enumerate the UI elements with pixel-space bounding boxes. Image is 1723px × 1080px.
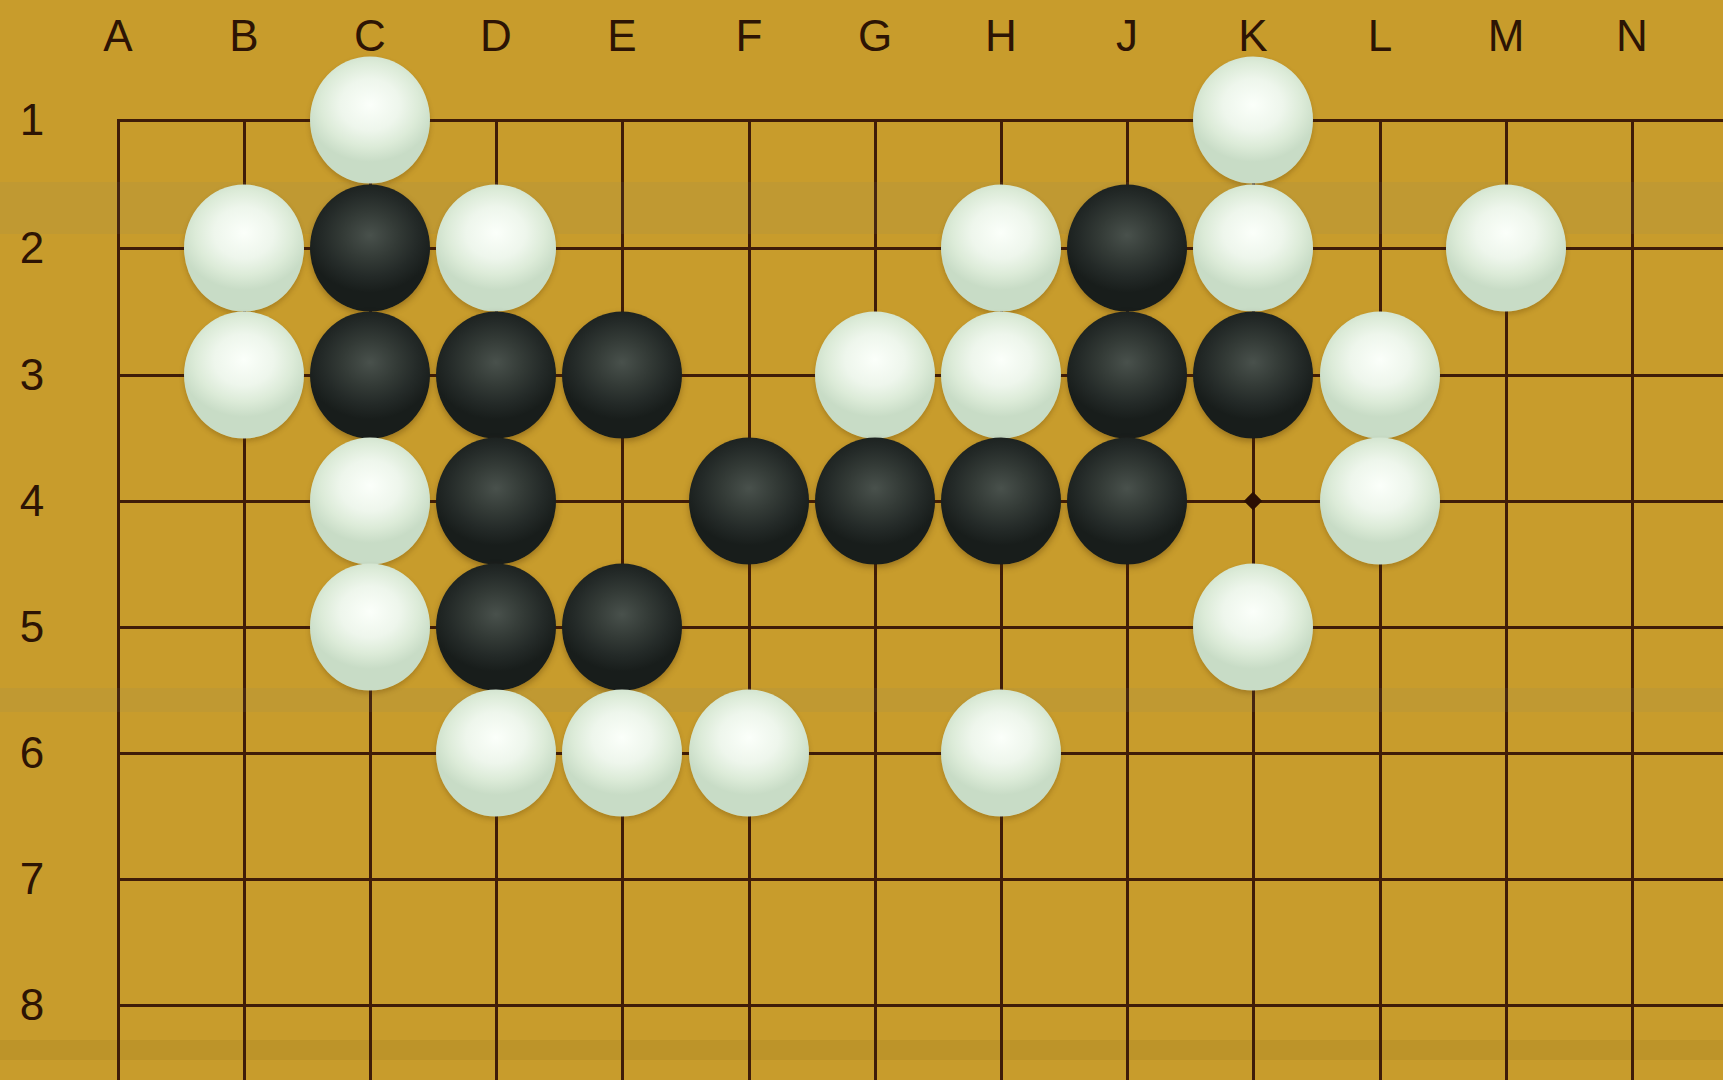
stone-black-D4[interactable] — [436, 438, 556, 565]
stone-white-H2[interactable] — [941, 185, 1061, 312]
stone-black-H4[interactable] — [941, 438, 1061, 565]
col-label-M: M — [1488, 11, 1525, 61]
col-label-A: A — [103, 11, 132, 61]
grid-line-col-G — [874, 119, 877, 1080]
stone-black-D3[interactable] — [436, 312, 556, 439]
grid-line-row-7 — [117, 878, 1723, 881]
scanline-artifact — [0, 688, 1723, 712]
grid-line-col-F — [748, 119, 751, 1080]
stone-white-B2[interactable] — [184, 185, 304, 312]
star-point-K4 — [1244, 492, 1262, 510]
stone-white-K5[interactable] — [1193, 564, 1313, 691]
col-label-H: H — [985, 11, 1017, 61]
row-label-5: 5 — [20, 602, 44, 652]
col-label-F: F — [736, 11, 763, 61]
grid-line-row-8 — [117, 1004, 1723, 1007]
grid-line-row-6 — [117, 752, 1723, 755]
stone-white-C4[interactable] — [310, 438, 430, 565]
grid-line-col-L — [1379, 119, 1382, 1080]
stone-black-E3[interactable] — [562, 312, 682, 439]
row-label-7: 7 — [20, 854, 44, 904]
stone-black-J3[interactable] — [1067, 312, 1187, 439]
grid-line-col-N — [1631, 119, 1634, 1080]
stone-white-K2[interactable] — [1193, 185, 1313, 312]
stone-white-M2[interactable] — [1446, 185, 1566, 312]
stone-white-D6[interactable] — [436, 690, 556, 817]
col-label-L: L — [1368, 11, 1392, 61]
scanline-artifact — [0, 1040, 1723, 1060]
row-label-4: 4 — [20, 476, 44, 526]
stone-black-K3[interactable] — [1193, 312, 1313, 439]
stone-white-G3[interactable] — [815, 312, 935, 439]
stone-black-J2[interactable] — [1067, 185, 1187, 312]
col-label-N: N — [1616, 11, 1648, 61]
col-label-K: K — [1238, 11, 1267, 61]
go-board: ABCDEFGHJKLMN12345678 — [0, 0, 1723, 1080]
stone-black-F4[interactable] — [689, 438, 809, 565]
stone-black-C2[interactable] — [310, 185, 430, 312]
stone-black-D5[interactable] — [436, 564, 556, 691]
col-label-J: J — [1116, 11, 1138, 61]
grid-line-col-A — [117, 119, 120, 1080]
stone-white-F6[interactable] — [689, 690, 809, 817]
col-label-G: G — [858, 11, 892, 61]
stone-white-H6[interactable] — [941, 690, 1061, 817]
stone-white-B3[interactable] — [184, 312, 304, 439]
stone-white-C5[interactable] — [310, 564, 430, 691]
stone-black-J4[interactable] — [1067, 438, 1187, 565]
stone-white-L3[interactable] — [1320, 312, 1440, 439]
row-label-8: 8 — [20, 980, 44, 1030]
row-label-3: 3 — [20, 350, 44, 400]
row-label-6: 6 — [20, 728, 44, 778]
stone-black-C3[interactable] — [310, 312, 430, 439]
col-label-C: C — [354, 11, 386, 61]
stone-black-E5[interactable] — [562, 564, 682, 691]
row-label-2: 2 — [20, 223, 44, 273]
stone-white-L4[interactable] — [1320, 438, 1440, 565]
stone-white-H3[interactable] — [941, 312, 1061, 439]
col-label-D: D — [480, 11, 512, 61]
col-label-B: B — [229, 11, 258, 61]
col-label-E: E — [607, 11, 636, 61]
stone-white-E6[interactable] — [562, 690, 682, 817]
stone-white-D2[interactable] — [436, 185, 556, 312]
stone-white-C1[interactable] — [310, 57, 430, 184]
stone-black-G4[interactable] — [815, 438, 935, 565]
row-label-1: 1 — [20, 95, 44, 145]
stone-white-K1[interactable] — [1193, 57, 1313, 184]
